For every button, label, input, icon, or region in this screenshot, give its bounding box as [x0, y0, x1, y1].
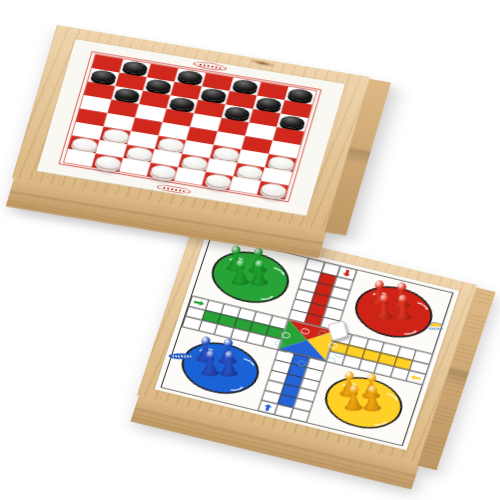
- ludo-pawn-blue-4: [219, 351, 237, 377]
- checkers-piece-white: [259, 182, 288, 199]
- checkers-board: [12, 25, 370, 230]
- red-entry-arrow-icon: [342, 269, 352, 278]
- checkers-piece-white: [94, 154, 123, 171]
- ludo-pawn-green-4: [250, 260, 268, 286]
- brand-logo-sun: [426, 322, 443, 332]
- checkers-mat: [37, 39, 345, 216]
- ludo-pawn-yellow-4: [364, 386, 382, 412]
- checkers-grid: [64, 55, 316, 199]
- green-entry-arrow-icon: [192, 299, 204, 306]
- ludo-pawn-green-3: [231, 259, 249, 285]
- sun-icon: [428, 322, 443, 327]
- product-photo: [0, 0, 500, 500]
- checkers-inner-border: [63, 54, 317, 200]
- checkers-piece-white: [149, 163, 178, 180]
- yellow-entry-arrow-icon: [410, 374, 422, 381]
- ludo-pawn-blue-3: [201, 350, 219, 376]
- checkers-piece-white: [204, 173, 233, 190]
- wood-knot: [247, 58, 278, 69]
- ludo-pawn-red-3: [375, 294, 393, 320]
- checkers-outer-border: [58, 51, 321, 202]
- blue-entry-arrow-icon: [263, 403, 273, 412]
- ludo-pawn-yellow-3: [345, 385, 363, 411]
- ludo-pawn-red-4: [394, 294, 412, 320]
